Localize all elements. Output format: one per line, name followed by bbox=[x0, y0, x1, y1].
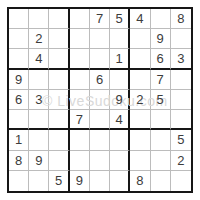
cell-r7c4[interactable] bbox=[70, 130, 90, 150]
given-digit: 1 bbox=[116, 52, 123, 65]
cell-r7c9[interactable]: 5 bbox=[171, 130, 191, 150]
cell-r5c6[interactable]: 9 bbox=[110, 90, 130, 110]
cell-r3c9[interactable]: 3 bbox=[171, 49, 191, 69]
cell-r3c6[interactable]: 1 bbox=[110, 49, 130, 69]
cell-r5c3[interactable] bbox=[49, 90, 69, 110]
cell-r4c2[interactable] bbox=[29, 70, 49, 90]
given-digit: 3 bbox=[177, 52, 184, 65]
cell-r6c7[interactable] bbox=[130, 110, 150, 130]
cell-r1c5[interactable]: 7 bbox=[90, 9, 110, 29]
cell-r1c8[interactable] bbox=[151, 9, 171, 29]
cell-r7c6[interactable] bbox=[110, 130, 130, 150]
cell-r1c4[interactable] bbox=[70, 9, 90, 29]
cell-r2c9[interactable] bbox=[171, 29, 191, 49]
cell-r7c1[interactable]: 1 bbox=[9, 130, 29, 150]
cell-r1c2[interactable] bbox=[29, 9, 49, 29]
given-digit: 2 bbox=[136, 93, 143, 106]
given-digit: 6 bbox=[157, 52, 164, 65]
cell-r4c8[interactable]: 7 bbox=[151, 70, 171, 90]
given-digit: 5 bbox=[177, 133, 184, 146]
cell-r4c4[interactable] bbox=[70, 70, 90, 90]
cell-r6c5[interactable] bbox=[90, 110, 110, 130]
cell-r5c4[interactable] bbox=[70, 90, 90, 110]
cell-r9c5[interactable] bbox=[90, 171, 110, 191]
given-digit: 4 bbox=[35, 52, 42, 65]
cell-r9c7[interactable]: 8 bbox=[130, 171, 150, 191]
cell-r9c3[interactable]: 5 bbox=[49, 171, 69, 191]
cell-r5c5[interactable] bbox=[90, 90, 110, 110]
cell-r3c3[interactable] bbox=[49, 49, 69, 69]
cell-r6c1[interactable] bbox=[9, 110, 29, 130]
cell-r2c7[interactable] bbox=[130, 29, 150, 49]
given-digit: 4 bbox=[116, 113, 123, 126]
cell-r7c8[interactable] bbox=[151, 130, 171, 150]
cell-r8c8[interactable] bbox=[151, 151, 171, 171]
given-digit: 6 bbox=[15, 93, 22, 106]
given-digit: 2 bbox=[35, 32, 42, 45]
cell-r9c4[interactable]: 9 bbox=[70, 171, 90, 191]
given-digit: 1 bbox=[15, 133, 22, 146]
cell-r5c7[interactable]: 2 bbox=[130, 90, 150, 110]
cell-r5c8[interactable]: 5 bbox=[151, 90, 171, 110]
cell-r8c9[interactable]: 2 bbox=[171, 151, 191, 171]
cell-r1c9[interactable]: 8 bbox=[171, 9, 191, 29]
cell-r8c4[interactable] bbox=[70, 151, 90, 171]
cell-r2c2[interactable]: 2 bbox=[29, 29, 49, 49]
cell-r3c4[interactable] bbox=[70, 49, 90, 69]
cell-r4c3[interactable] bbox=[49, 70, 69, 90]
given-digit: 9 bbox=[15, 73, 22, 86]
cell-r6c4[interactable]: 7 bbox=[70, 110, 90, 130]
cell-r9c8[interactable] bbox=[151, 171, 171, 191]
cell-r8c3[interactable] bbox=[49, 151, 69, 171]
cell-r2c1[interactable] bbox=[9, 29, 29, 49]
given-digit: 5 bbox=[55, 174, 62, 187]
given-digit: 9 bbox=[157, 32, 164, 45]
given-digit: 9 bbox=[76, 174, 83, 187]
cell-r1c3[interactable] bbox=[49, 9, 69, 29]
cell-r4c6[interactable] bbox=[110, 70, 130, 90]
given-digit: 8 bbox=[136, 174, 143, 187]
cell-r5c2[interactable]: 3 bbox=[29, 90, 49, 110]
given-digit: 7 bbox=[96, 12, 103, 25]
given-digit: 2 bbox=[177, 154, 184, 167]
cell-r3c1[interactable] bbox=[9, 49, 29, 69]
cell-r3c5[interactable] bbox=[90, 49, 110, 69]
cell-r2c5[interactable] bbox=[90, 29, 110, 49]
given-digit: 7 bbox=[76, 113, 83, 126]
cell-r7c7[interactable] bbox=[130, 130, 150, 150]
cell-r2c4[interactable] bbox=[70, 29, 90, 49]
given-digit: 9 bbox=[116, 93, 123, 106]
cell-r4c5[interactable]: 6 bbox=[90, 70, 110, 90]
cell-r8c1[interactable]: 8 bbox=[9, 151, 29, 171]
given-digit: 6 bbox=[96, 73, 103, 86]
cell-r5c9[interactable] bbox=[171, 90, 191, 110]
cell-r3c8[interactable]: 6 bbox=[151, 49, 171, 69]
cell-r6c8[interactable] bbox=[151, 110, 171, 130]
cell-r6c9[interactable] bbox=[171, 110, 191, 130]
cell-r1c6[interactable]: 5 bbox=[110, 9, 130, 29]
cell-r8c2[interactable]: 9 bbox=[29, 151, 49, 171]
cell-r2c8[interactable]: 9 bbox=[151, 29, 171, 49]
given-digit: 3 bbox=[35, 93, 42, 106]
cell-r9c2[interactable] bbox=[29, 171, 49, 191]
given-digit: 9 bbox=[35, 154, 42, 167]
cell-r1c7[interactable]: 4 bbox=[130, 9, 150, 29]
cell-r4c7[interactable] bbox=[130, 70, 150, 90]
cell-r4c1[interactable]: 9 bbox=[9, 70, 29, 90]
cell-r8c6[interactable] bbox=[110, 151, 130, 171]
cell-r7c2[interactable] bbox=[29, 130, 49, 150]
given-digit: 7 bbox=[157, 73, 164, 86]
cell-r5c1[interactable]: 6 bbox=[9, 90, 29, 110]
cell-r8c7[interactable] bbox=[130, 151, 150, 171]
given-digit: 4 bbox=[136, 12, 143, 25]
cell-r3c2[interactable]: 4 bbox=[29, 49, 49, 69]
cell-r3c7[interactable] bbox=[130, 49, 150, 69]
cell-r7c3[interactable] bbox=[49, 130, 69, 150]
cell-r4c9[interactable] bbox=[171, 70, 191, 90]
cell-r6c2[interactable] bbox=[29, 110, 49, 130]
cell-r2c6[interactable] bbox=[110, 29, 130, 49]
sudoku-board: 7548294163967639257415892598 bbox=[7, 7, 193, 193]
cell-r1c1[interactable] bbox=[9, 9, 29, 29]
given-digit: 5 bbox=[157, 93, 164, 106]
cell-r8c5[interactable] bbox=[90, 151, 110, 171]
given-digit: 8 bbox=[15, 154, 22, 167]
given-digit: 5 bbox=[116, 12, 123, 25]
cell-r2c3[interactable] bbox=[49, 29, 69, 49]
cell-r6c3[interactable] bbox=[49, 110, 69, 130]
cell-r9c9[interactable] bbox=[171, 171, 191, 191]
given-digit: 8 bbox=[177, 12, 184, 25]
cell-r7c5[interactable] bbox=[90, 130, 110, 150]
cell-r9c6[interactable] bbox=[110, 171, 130, 191]
cell-r6c6[interactable]: 4 bbox=[110, 110, 130, 130]
cell-r9c1[interactable] bbox=[9, 171, 29, 191]
